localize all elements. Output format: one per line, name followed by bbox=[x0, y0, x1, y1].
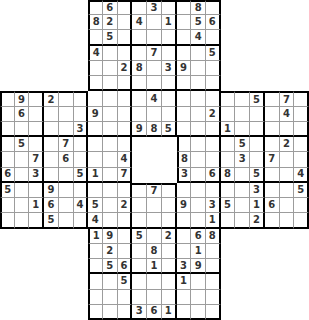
cell-r6c10[interactable]: 4 bbox=[147, 91, 162, 106]
cell-r14c6[interactable]: 4 bbox=[88, 213, 103, 228]
cell-r16c10[interactable]: 8 bbox=[147, 244, 162, 259]
cell-r6c17[interactable]: 5 bbox=[250, 91, 265, 106]
cell-r13c13[interactable] bbox=[191, 198, 206, 213]
cell-r8c16[interactable] bbox=[235, 122, 250, 137]
cell-r11c16[interactable] bbox=[235, 168, 250, 183]
cell-r13c12[interactable]: 9 bbox=[177, 198, 192, 213]
cell-r6c0[interactable] bbox=[0, 91, 15, 106]
cell-r13c14[interactable]: 3 bbox=[206, 198, 221, 213]
cell-r11c12[interactable]: 3 bbox=[177, 168, 192, 183]
cell-r7c6[interactable]: 9 bbox=[88, 107, 103, 122]
cell-r18c7[interactable] bbox=[103, 274, 118, 289]
cell-r12c15[interactable] bbox=[221, 183, 236, 198]
cell-r19c10[interactable] bbox=[147, 290, 162, 305]
cell-r5c6[interactable] bbox=[88, 76, 103, 91]
cell-r13c6[interactable]: 5 bbox=[88, 198, 103, 213]
cell-r9c18[interactable] bbox=[265, 137, 280, 152]
cell-r10c5[interactable] bbox=[74, 152, 89, 167]
cell-r18c10[interactable] bbox=[147, 274, 162, 289]
cell-r13c8[interactable]: 2 bbox=[118, 198, 133, 213]
cell-r6c19[interactable]: 7 bbox=[280, 91, 295, 106]
cell-r6c8[interactable] bbox=[118, 91, 133, 106]
cell-r12c10[interactable]: 7 bbox=[147, 183, 162, 198]
cell-r0c14[interactable] bbox=[206, 0, 221, 15]
cell-r20c8[interactable] bbox=[118, 305, 133, 320]
cell-r8c20[interactable] bbox=[294, 122, 309, 137]
cell-r7c18[interactable] bbox=[265, 107, 280, 122]
cell-r11c20[interactable]: 4 bbox=[294, 168, 309, 183]
cell-r8c2[interactable] bbox=[29, 122, 44, 137]
cell-r12c16[interactable] bbox=[235, 183, 250, 198]
cell-r17c14[interactable] bbox=[206, 259, 221, 274]
cell-r1c9[interactable]: 4 bbox=[132, 15, 147, 30]
cell-r0c8[interactable] bbox=[118, 0, 133, 15]
cell-r6c1[interactable]: 9 bbox=[15, 91, 30, 106]
cell-r18c9[interactable] bbox=[132, 274, 147, 289]
cell-r15c10[interactable] bbox=[147, 229, 162, 244]
cell-r4c13[interactable] bbox=[191, 61, 206, 76]
cell-r14c12[interactable] bbox=[177, 213, 192, 228]
cell-r17c11[interactable] bbox=[162, 259, 177, 274]
cell-r1c10[interactable] bbox=[147, 15, 162, 30]
cell-r3c9[interactable] bbox=[132, 46, 147, 61]
cell-r10c3[interactable] bbox=[44, 152, 59, 167]
cell-r10c13[interactable] bbox=[191, 152, 206, 167]
cell-r13c9[interactable] bbox=[132, 198, 147, 213]
cell-r10c8[interactable]: 4 bbox=[118, 152, 133, 167]
cell-r9c16[interactable]: 5 bbox=[235, 137, 250, 152]
cell-r8c17[interactable] bbox=[250, 122, 265, 137]
cell-r4c12[interactable]: 9 bbox=[177, 61, 192, 76]
cell-r11c4[interactable] bbox=[59, 168, 74, 183]
samurai-sudoku-board: 6388241565447528399245769243985157527648… bbox=[0, 0, 309, 320]
cell-r2c11[interactable] bbox=[162, 30, 177, 45]
cell-r11c8[interactable]: 7 bbox=[118, 168, 133, 183]
cell-r14c13[interactable] bbox=[191, 213, 206, 228]
cell-r18c6[interactable] bbox=[88, 274, 103, 289]
cell-r13c11[interactable] bbox=[162, 198, 177, 213]
cell-r13c15[interactable]: 5 bbox=[221, 198, 236, 213]
cell-r14c17[interactable]: 2 bbox=[250, 213, 265, 228]
cell-r6c5[interactable] bbox=[74, 91, 89, 106]
cell-r7c14[interactable]: 2 bbox=[206, 107, 221, 122]
cell-r12c2[interactable] bbox=[29, 183, 44, 198]
cell-r7c9[interactable] bbox=[132, 107, 147, 122]
cell-r14c9[interactable] bbox=[132, 213, 147, 228]
cell-r4c10[interactable] bbox=[147, 61, 162, 76]
cell-r1c8[interactable] bbox=[118, 15, 133, 30]
cell-r13c19[interactable] bbox=[280, 198, 295, 213]
cell-r14c7[interactable] bbox=[103, 213, 118, 228]
cell-r19c14[interactable] bbox=[206, 290, 221, 305]
cell-r7c4[interactable] bbox=[59, 107, 74, 122]
cell-r10c14[interactable] bbox=[206, 152, 221, 167]
cell-r7c5[interactable] bbox=[74, 107, 89, 122]
cell-r11c13[interactable] bbox=[191, 168, 206, 183]
cell-r10c18[interactable]: 7 bbox=[265, 152, 280, 167]
cell-r1c12[interactable] bbox=[177, 15, 192, 30]
cell-r2c8[interactable] bbox=[118, 30, 133, 45]
cell-r12c13[interactable] bbox=[191, 183, 206, 198]
cell-r19c12[interactable] bbox=[177, 290, 192, 305]
cell-r9c15[interactable] bbox=[221, 137, 236, 152]
cell-r13c16[interactable] bbox=[235, 198, 250, 213]
cell-r11c14[interactable]: 6 bbox=[206, 168, 221, 183]
cell-r7c2[interactable] bbox=[29, 107, 44, 122]
cell-r4c14[interactable] bbox=[206, 61, 221, 76]
cell-r4c11[interactable]: 3 bbox=[162, 61, 177, 76]
cell-r8c19[interactable] bbox=[280, 122, 295, 137]
cell-r5c10[interactable] bbox=[147, 76, 162, 91]
cell-r3c14[interactable]: 5 bbox=[206, 46, 221, 61]
cell-r14c15[interactable] bbox=[221, 213, 236, 228]
cell-r5c13[interactable] bbox=[191, 76, 206, 91]
cell-r12c1[interactable] bbox=[15, 183, 30, 198]
cell-r16c13[interactable]: 1 bbox=[191, 244, 206, 259]
cell-r9c6[interactable] bbox=[88, 137, 103, 152]
cell-r8c13[interactable] bbox=[191, 122, 206, 137]
cell-r1c14[interactable]: 6 bbox=[206, 15, 221, 30]
cell-r9c20[interactable] bbox=[294, 137, 309, 152]
cell-r9c13[interactable] bbox=[191, 137, 206, 152]
cell-r12c3[interactable]: 9 bbox=[44, 183, 59, 198]
cell-r6c20[interactable] bbox=[294, 91, 309, 106]
cell-r15c11[interactable]: 2 bbox=[162, 229, 177, 244]
cell-r6c18[interactable] bbox=[265, 91, 280, 106]
cell-r7c0[interactable] bbox=[0, 107, 15, 122]
cell-r14c5[interactable] bbox=[74, 213, 89, 228]
cell-r9c14[interactable] bbox=[206, 137, 221, 152]
cell-r17c13[interactable]: 9 bbox=[191, 259, 206, 274]
cell-r15c14[interactable]: 8 bbox=[206, 229, 221, 244]
cell-r2c10[interactable] bbox=[147, 30, 162, 45]
cell-r5c14[interactable] bbox=[206, 76, 221, 91]
cell-r12c20[interactable]: 5 bbox=[294, 183, 309, 198]
cell-r9c0[interactable] bbox=[0, 137, 15, 152]
cell-r12c14[interactable] bbox=[206, 183, 221, 198]
cell-r13c7[interactable] bbox=[103, 198, 118, 213]
cell-r18c8[interactable]: 5 bbox=[118, 274, 133, 289]
cell-r6c16[interactable] bbox=[235, 91, 250, 106]
cell-r16c11[interactable] bbox=[162, 244, 177, 259]
cell-r12c17[interactable]: 3 bbox=[250, 183, 265, 198]
cell-r19c8[interactable] bbox=[118, 290, 133, 305]
cell-r18c13[interactable] bbox=[191, 274, 206, 289]
cell-r9c4[interactable]: 7 bbox=[59, 137, 74, 152]
cell-r20c7[interactable] bbox=[103, 305, 118, 320]
cell-r3c8[interactable] bbox=[118, 46, 133, 61]
cell-r14c1[interactable] bbox=[15, 213, 30, 228]
cell-r3c11[interactable] bbox=[162, 46, 177, 61]
cell-r8c14[interactable] bbox=[206, 122, 221, 137]
cell-r1c6[interactable]: 8 bbox=[88, 15, 103, 30]
cell-r4c8[interactable]: 2 bbox=[118, 61, 133, 76]
cell-r1c11[interactable]: 1 bbox=[162, 15, 177, 30]
cell-r10c6[interactable] bbox=[88, 152, 103, 167]
cell-r4c9[interactable]: 8 bbox=[132, 61, 147, 76]
cell-r12c18[interactable] bbox=[265, 183, 280, 198]
cell-r16c12[interactable] bbox=[177, 244, 192, 259]
cell-r5c8[interactable] bbox=[118, 76, 133, 91]
cell-r2c6[interactable] bbox=[88, 30, 103, 45]
cell-r10c19[interactable] bbox=[280, 152, 295, 167]
cell-r4c7[interactable] bbox=[103, 61, 118, 76]
cell-r17c12[interactable]: 3 bbox=[177, 259, 192, 274]
cell-r0c12[interactable] bbox=[177, 0, 192, 15]
cell-r9c17[interactable] bbox=[250, 137, 265, 152]
cell-r7c7[interactable] bbox=[103, 107, 118, 122]
cell-r10c15[interactable] bbox=[221, 152, 236, 167]
cell-r15c13[interactable]: 6 bbox=[191, 229, 206, 244]
cell-r14c20[interactable] bbox=[294, 213, 309, 228]
cell-r8c10[interactable]: 8 bbox=[147, 122, 162, 137]
cell-r10c2[interactable]: 7 bbox=[29, 152, 44, 167]
cell-r7c11[interactable] bbox=[162, 107, 177, 122]
cell-r16c7[interactable]: 2 bbox=[103, 244, 118, 259]
cell-r8c12[interactable] bbox=[177, 122, 192, 137]
cell-r8c0[interactable] bbox=[0, 122, 15, 137]
cell-r13c0[interactable] bbox=[0, 198, 15, 213]
cell-r19c11[interactable] bbox=[162, 290, 177, 305]
cell-r10c20[interactable] bbox=[294, 152, 309, 167]
cell-r2c14[interactable] bbox=[206, 30, 221, 45]
cell-r16c8[interactable] bbox=[118, 244, 133, 259]
cell-r11c3[interactable] bbox=[44, 168, 59, 183]
cell-r12c19[interactable] bbox=[280, 183, 295, 198]
cell-r7c17[interactable] bbox=[250, 107, 265, 122]
cell-r5c9[interactable] bbox=[132, 76, 147, 91]
cell-r8c18[interactable] bbox=[265, 122, 280, 137]
cell-r11c17[interactable]: 5 bbox=[250, 168, 265, 183]
cell-r19c9[interactable] bbox=[132, 290, 147, 305]
cell-r9c5[interactable] bbox=[74, 137, 89, 152]
cell-r14c8[interactable] bbox=[118, 213, 133, 228]
cell-r5c11[interactable] bbox=[162, 76, 177, 91]
cell-r14c19[interactable] bbox=[280, 213, 295, 228]
cell-r14c18[interactable] bbox=[265, 213, 280, 228]
cell-r1c7[interactable]: 2 bbox=[103, 15, 118, 30]
cell-r5c7[interactable] bbox=[103, 76, 118, 91]
cell-r10c17[interactable] bbox=[250, 152, 265, 167]
cell-r15c7[interactable]: 9 bbox=[103, 229, 118, 244]
cell-r13c1[interactable] bbox=[15, 198, 30, 213]
cell-r13c5[interactable]: 4 bbox=[74, 198, 89, 213]
cell-r13c3[interactable]: 6 bbox=[44, 198, 59, 213]
cell-r8c15[interactable]: 1 bbox=[221, 122, 236, 137]
cell-r0c6[interactable] bbox=[88, 0, 103, 15]
cell-r7c19[interactable]: 4 bbox=[280, 107, 295, 122]
cell-r13c20[interactable] bbox=[294, 198, 309, 213]
cell-r2c7[interactable]: 5 bbox=[103, 30, 118, 45]
cell-r7c15[interactable] bbox=[221, 107, 236, 122]
cell-r10c12[interactable]: 8 bbox=[177, 152, 192, 167]
cell-r6c11[interactable] bbox=[162, 91, 177, 106]
cell-r8c9[interactable]: 9 bbox=[132, 122, 147, 137]
cell-r18c12[interactable]: 1 bbox=[177, 274, 192, 289]
cell-r6c7[interactable] bbox=[103, 91, 118, 106]
cell-r2c9[interactable] bbox=[132, 30, 147, 45]
cell-r8c3[interactable] bbox=[44, 122, 59, 137]
cell-r0c13[interactable]: 8 bbox=[191, 0, 206, 15]
cell-r14c2[interactable] bbox=[29, 213, 44, 228]
cell-r12c0[interactable]: 5 bbox=[0, 183, 15, 198]
cell-r11c1[interactable] bbox=[15, 168, 30, 183]
cell-r6c13[interactable] bbox=[191, 91, 206, 106]
cell-r14c11[interactable] bbox=[162, 213, 177, 228]
cell-r19c13[interactable] bbox=[191, 290, 206, 305]
cell-r14c4[interactable] bbox=[59, 213, 74, 228]
cell-r11c5[interactable]: 5 bbox=[74, 168, 89, 183]
cell-r9c7[interactable] bbox=[103, 137, 118, 152]
cell-r1c13[interactable]: 5 bbox=[191, 15, 206, 30]
cell-r12c11[interactable] bbox=[162, 183, 177, 198]
cell-r20c10[interactable]: 6 bbox=[147, 305, 162, 320]
cell-r10c1[interactable] bbox=[15, 152, 30, 167]
cell-r2c13[interactable]: 4 bbox=[191, 30, 206, 45]
cell-r14c16[interactable] bbox=[235, 213, 250, 228]
samurai-sudoku-page: 6388241565447528399245769243985157527648… bbox=[0, 0, 309, 320]
cell-r9c12[interactable] bbox=[177, 137, 192, 152]
cell-r8c6[interactable] bbox=[88, 122, 103, 137]
cell-r6c9[interactable] bbox=[132, 91, 147, 106]
cell-r17c9[interactable] bbox=[132, 259, 147, 274]
cell-r4c6[interactable] bbox=[88, 61, 103, 76]
cell-r13c2[interactable]: 1 bbox=[29, 198, 44, 213]
cell-r14c0[interactable] bbox=[0, 213, 15, 228]
cell-r7c1[interactable]: 6 bbox=[15, 107, 30, 122]
cell-r8c4[interactable] bbox=[59, 122, 74, 137]
cell-r20c9[interactable]: 3 bbox=[132, 305, 147, 320]
cell-r12c7[interactable] bbox=[103, 183, 118, 198]
cell-r8c11[interactable]: 5 bbox=[162, 122, 177, 137]
cell-r20c13[interactable] bbox=[191, 305, 206, 320]
cell-r13c17[interactable]: 1 bbox=[250, 198, 265, 213]
cell-r11c2[interactable]: 3 bbox=[29, 168, 44, 183]
cell-r6c15[interactable] bbox=[221, 91, 236, 106]
cell-r12c4[interactable] bbox=[59, 183, 74, 198]
cell-r15c8[interactable] bbox=[118, 229, 133, 244]
cell-r7c8[interactable] bbox=[118, 107, 133, 122]
cell-r14c14[interactable]: 1 bbox=[206, 213, 221, 228]
cell-r9c3[interactable] bbox=[44, 137, 59, 152]
cell-r12c8[interactable] bbox=[118, 183, 133, 198]
cell-r20c12[interactable] bbox=[177, 305, 192, 320]
cell-r8c5[interactable]: 3 bbox=[74, 122, 89, 137]
cell-r16c9[interactable] bbox=[132, 244, 147, 259]
cell-r14c3[interactable]: 5 bbox=[44, 213, 59, 228]
cell-r6c14[interactable] bbox=[206, 91, 221, 106]
cell-r8c1[interactable] bbox=[15, 122, 30, 137]
cell-r0c7[interactable]: 6 bbox=[103, 0, 118, 15]
cell-r12c12[interactable] bbox=[177, 183, 192, 198]
cell-r20c14[interactable] bbox=[206, 305, 221, 320]
cell-r0c9[interactable] bbox=[132, 0, 147, 15]
cell-r7c10[interactable] bbox=[147, 107, 162, 122]
cell-r7c12[interactable] bbox=[177, 107, 192, 122]
cell-r13c4[interactable] bbox=[59, 198, 74, 213]
cell-r10c7[interactable] bbox=[103, 152, 118, 167]
cell-r11c6[interactable]: 1 bbox=[88, 168, 103, 183]
cell-r7c20[interactable] bbox=[294, 107, 309, 122]
cell-r12c5[interactable] bbox=[74, 183, 89, 198]
cell-r6c4[interactable] bbox=[59, 91, 74, 106]
cell-r17c10[interactable]: 1 bbox=[147, 259, 162, 274]
cell-r0c10[interactable]: 3 bbox=[147, 0, 162, 15]
cell-r18c11[interactable] bbox=[162, 274, 177, 289]
cell-r16c6[interactable] bbox=[88, 244, 103, 259]
cell-r11c15[interactable]: 8 bbox=[221, 168, 236, 183]
cell-r15c12[interactable] bbox=[177, 229, 192, 244]
cell-r8c7[interactable] bbox=[103, 122, 118, 137]
cell-r11c0[interactable]: 6 bbox=[0, 168, 15, 183]
cell-r20c11[interactable]: 1 bbox=[162, 305, 177, 320]
cell-r6c6[interactable] bbox=[88, 91, 103, 106]
cell-r12c6[interactable] bbox=[88, 183, 103, 198]
cell-r10c16[interactable]: 3 bbox=[235, 152, 250, 167]
cell-r10c0[interactable] bbox=[0, 152, 15, 167]
cell-r3c6[interactable]: 4 bbox=[88, 46, 103, 61]
cell-r5c12[interactable] bbox=[177, 76, 192, 91]
cell-r0c11[interactable] bbox=[162, 0, 177, 15]
cell-r6c12[interactable] bbox=[177, 91, 192, 106]
cell-r3c10[interactable]: 7 bbox=[147, 46, 162, 61]
cell-r13c10[interactable] bbox=[147, 198, 162, 213]
cell-r10c4[interactable]: 6 bbox=[59, 152, 74, 167]
cell-r7c13[interactable] bbox=[191, 107, 206, 122]
cell-r20c6[interactable] bbox=[88, 305, 103, 320]
cell-r6c3[interactable]: 2 bbox=[44, 91, 59, 106]
cell-r11c19[interactable] bbox=[280, 168, 295, 183]
cell-r3c12[interactable] bbox=[177, 46, 192, 61]
cell-r15c9[interactable]: 5 bbox=[132, 229, 147, 244]
cell-r12c9[interactable] bbox=[132, 183, 147, 198]
cell-r7c3[interactable] bbox=[44, 107, 59, 122]
cell-r9c19[interactable]: 2 bbox=[280, 137, 295, 152]
cell-r18c14[interactable] bbox=[206, 274, 221, 289]
cell-r6c2[interactable] bbox=[29, 91, 44, 106]
cell-r17c8[interactable]: 6 bbox=[118, 259, 133, 274]
cell-r11c7[interactable] bbox=[103, 168, 118, 183]
cell-r2c12[interactable] bbox=[177, 30, 192, 45]
cell-r17c7[interactable]: 5 bbox=[103, 259, 118, 274]
cell-r7c16[interactable] bbox=[235, 107, 250, 122]
cell-r15c6[interactable]: 1 bbox=[88, 229, 103, 244]
cell-r3c7[interactable] bbox=[103, 46, 118, 61]
cell-r16c14[interactable] bbox=[206, 244, 221, 259]
cell-r9c8[interactable] bbox=[118, 137, 133, 152]
cell-r11c18[interactable] bbox=[265, 168, 280, 183]
cell-r17c6[interactable] bbox=[88, 259, 103, 274]
cell-r9c2[interactable] bbox=[29, 137, 44, 152]
cell-r13c18[interactable]: 6 bbox=[265, 198, 280, 213]
cell-r8c8[interactable] bbox=[118, 122, 133, 137]
cell-r19c7[interactable] bbox=[103, 290, 118, 305]
cell-r3c13[interactable] bbox=[191, 46, 206, 61]
cell-r19c6[interactable] bbox=[88, 290, 103, 305]
cell-r9c1[interactable]: 5 bbox=[15, 137, 30, 152]
cell-r14c10[interactable] bbox=[147, 213, 162, 228]
